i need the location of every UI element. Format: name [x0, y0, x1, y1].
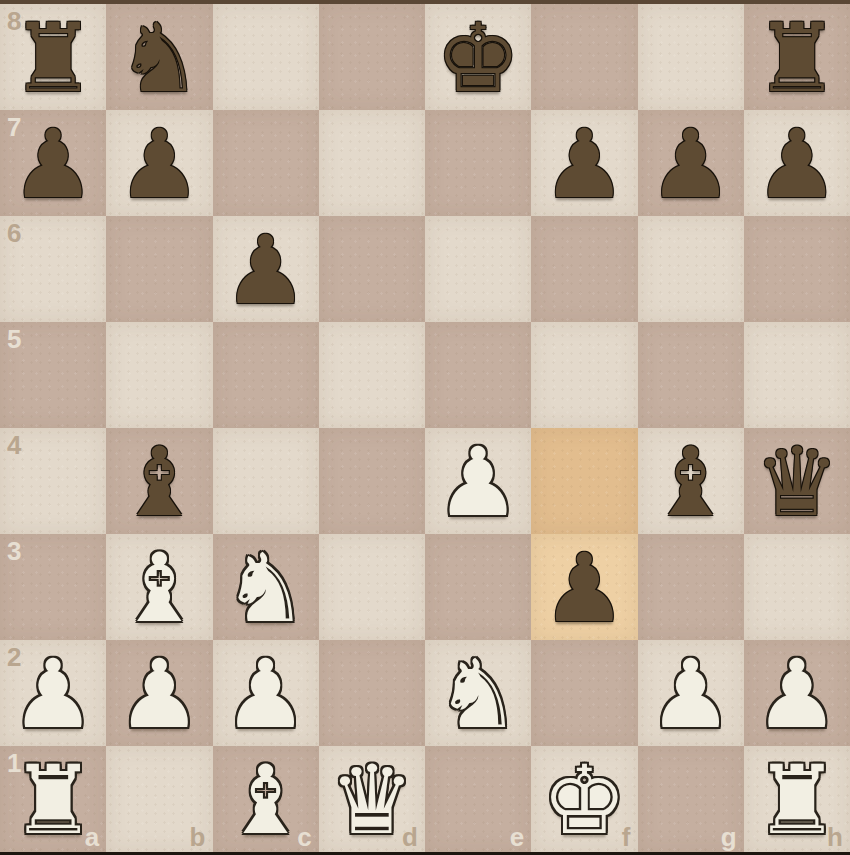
- square-e8[interactable]: ♚: [425, 4, 531, 110]
- black-pawn[interactable]: ♟: [542, 541, 627, 636]
- square-c6[interactable]: ♟: [213, 216, 319, 322]
- square-f1[interactable]: f♚: [531, 746, 637, 852]
- black-pawn[interactable]: ♟: [754, 117, 839, 212]
- rank-label-4: 4: [7, 432, 21, 458]
- file-label-e: e: [510, 824, 524, 850]
- white-pawn[interactable]: ♟: [11, 647, 96, 742]
- white-rook[interactable]: ♜: [11, 753, 96, 848]
- square-c7[interactable]: [213, 110, 319, 216]
- black-queen[interactable]: ♛: [754, 435, 839, 530]
- black-pawn[interactable]: ♟: [648, 117, 733, 212]
- square-a6[interactable]: 6: [0, 216, 106, 322]
- square-d2[interactable]: [319, 640, 425, 746]
- square-f2[interactable]: [531, 640, 637, 746]
- square-b3[interactable]: ♝: [106, 534, 212, 640]
- white-pawn[interactable]: ♟: [754, 647, 839, 742]
- square-a4[interactable]: 4: [0, 428, 106, 534]
- square-d4[interactable]: [319, 428, 425, 534]
- square-a7[interactable]: 7♟: [0, 110, 106, 216]
- square-f6[interactable]: [531, 216, 637, 322]
- square-e2[interactable]: ♞: [425, 640, 531, 746]
- black-pawn[interactable]: ♟: [223, 223, 308, 318]
- square-d5[interactable]: [319, 322, 425, 428]
- square-c5[interactable]: [213, 322, 319, 428]
- square-h2[interactable]: ♟: [744, 640, 850, 746]
- square-b1[interactable]: b: [106, 746, 212, 852]
- chess-board: 8♜♞♚♜7♟♟♟♟♟6♟54♝♟♝♛3♝♞♟2♟♟♟♞♟♟1a♜bc♝d♛ef…: [0, 4, 850, 852]
- square-b8[interactable]: ♞: [106, 4, 212, 110]
- square-c2[interactable]: ♟: [213, 640, 319, 746]
- square-g1[interactable]: g: [638, 746, 744, 852]
- square-g7[interactable]: ♟: [638, 110, 744, 216]
- square-b5[interactable]: [106, 322, 212, 428]
- black-bishop[interactable]: ♝: [648, 435, 733, 530]
- square-g5[interactable]: [638, 322, 744, 428]
- square-d8[interactable]: [319, 4, 425, 110]
- square-g6[interactable]: [638, 216, 744, 322]
- white-pawn[interactable]: ♟: [117, 647, 202, 742]
- square-b2[interactable]: ♟: [106, 640, 212, 746]
- square-b7[interactable]: ♟: [106, 110, 212, 216]
- square-b4[interactable]: ♝: [106, 428, 212, 534]
- file-label-g: g: [721, 824, 737, 850]
- white-bishop[interactable]: ♝: [117, 541, 202, 636]
- square-h8[interactable]: ♜: [744, 4, 850, 110]
- square-d1[interactable]: d♛: [319, 746, 425, 852]
- black-bishop[interactable]: ♝: [117, 435, 202, 530]
- square-e7[interactable]: [425, 110, 531, 216]
- chess-app: 8♜♞♚♜7♟♟♟♟♟6♟54♝♟♝♛3♝♞♟2♟♟♟♞♟♟1a♜bc♝d♛ef…: [0, 0, 850, 855]
- square-c1[interactable]: c♝: [213, 746, 319, 852]
- black-pawn[interactable]: ♟: [542, 117, 627, 212]
- white-rook[interactable]: ♜: [754, 753, 839, 848]
- white-king[interactable]: ♚: [542, 753, 627, 848]
- square-d7[interactable]: [319, 110, 425, 216]
- square-b6[interactable]: [106, 216, 212, 322]
- black-pawn[interactable]: ♟: [11, 117, 96, 212]
- square-e1[interactable]: e: [425, 746, 531, 852]
- square-h1[interactable]: h♜: [744, 746, 850, 852]
- square-g3[interactable]: [638, 534, 744, 640]
- square-a2[interactable]: 2♟: [0, 640, 106, 746]
- square-h4[interactable]: ♛: [744, 428, 850, 534]
- square-h3[interactable]: [744, 534, 850, 640]
- square-e3[interactable]: [425, 534, 531, 640]
- square-c8[interactable]: [213, 4, 319, 110]
- square-g4[interactable]: ♝: [638, 428, 744, 534]
- square-a5[interactable]: 5: [0, 322, 106, 428]
- square-h7[interactable]: ♟: [744, 110, 850, 216]
- white-queen[interactable]: ♛: [329, 753, 414, 848]
- square-f7[interactable]: ♟: [531, 110, 637, 216]
- square-f5[interactable]: [531, 322, 637, 428]
- square-f8[interactable]: [531, 4, 637, 110]
- square-a8[interactable]: 8♜: [0, 4, 106, 110]
- black-pawn[interactable]: ♟: [117, 117, 202, 212]
- white-pawn[interactable]: ♟: [648, 647, 733, 742]
- square-d6[interactable]: [319, 216, 425, 322]
- rank-label-3: 3: [7, 538, 21, 564]
- square-d3[interactable]: [319, 534, 425, 640]
- square-c3[interactable]: ♞: [213, 534, 319, 640]
- rank-label-6: 6: [7, 220, 21, 246]
- square-f3[interactable]: ♟: [531, 534, 637, 640]
- square-c4[interactable]: [213, 428, 319, 534]
- white-pawn[interactable]: ♟: [223, 647, 308, 742]
- white-pawn[interactable]: ♟: [436, 435, 521, 530]
- square-h6[interactable]: [744, 216, 850, 322]
- white-knight[interactable]: ♞: [436, 647, 521, 742]
- square-g2[interactable]: ♟: [638, 640, 744, 746]
- square-g8[interactable]: [638, 4, 744, 110]
- square-e4[interactable]: ♟: [425, 428, 531, 534]
- square-a3[interactable]: 3: [0, 534, 106, 640]
- black-rook[interactable]: ♜: [754, 11, 839, 106]
- file-label-b: b: [190, 824, 206, 850]
- black-king[interactable]: ♚: [436, 11, 521, 106]
- rank-label-5: 5: [7, 326, 21, 352]
- square-h5[interactable]: [744, 322, 850, 428]
- square-e5[interactable]: [425, 322, 531, 428]
- black-knight[interactable]: ♞: [117, 11, 202, 106]
- square-a1[interactable]: 1a♜: [0, 746, 106, 852]
- white-knight[interactable]: ♞: [223, 541, 308, 636]
- square-f4[interactable]: [531, 428, 637, 534]
- white-bishop[interactable]: ♝: [223, 753, 308, 848]
- black-rook[interactable]: ♜: [11, 11, 96, 106]
- square-e6[interactable]: [425, 216, 531, 322]
